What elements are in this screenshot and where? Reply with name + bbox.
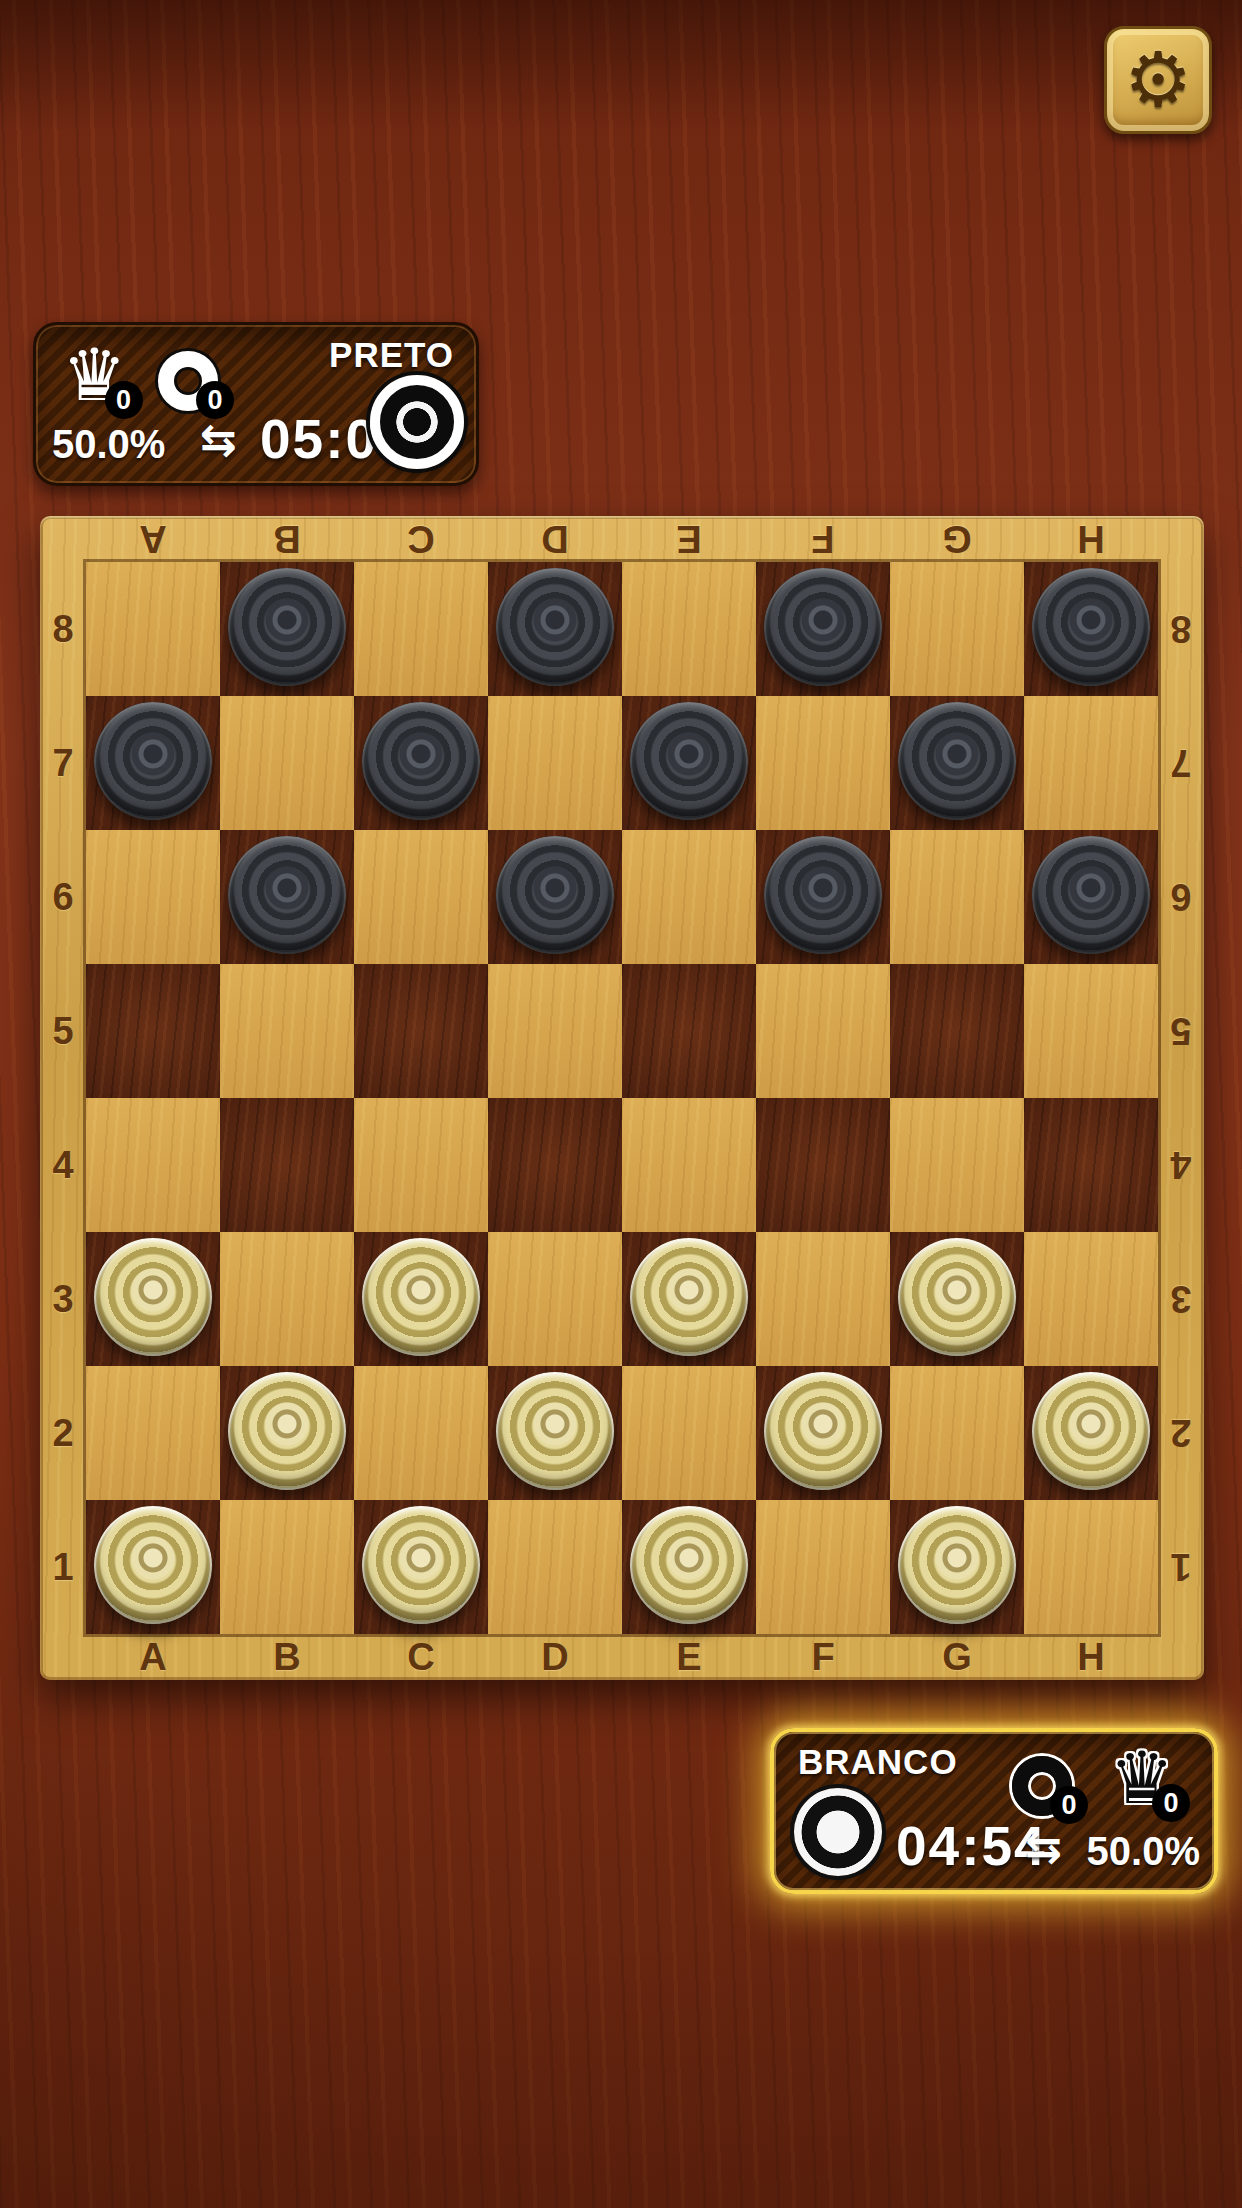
file-label-g: G: [890, 1634, 1024, 1680]
rank-label-8: 8: [40, 562, 86, 696]
square-g5[interactable]: [890, 964, 1024, 1098]
square-c5[interactable]: [354, 964, 488, 1098]
square-d8[interactable]: [488, 562, 622, 696]
white-piece-indicator: [794, 1788, 882, 1876]
kings-counter-black: ♛ 0: [62, 339, 127, 411]
file-label-c: C: [354, 1634, 488, 1680]
square-d6[interactable]: [488, 830, 622, 964]
square-h5[interactable]: [1024, 964, 1158, 1098]
captures-counter-black: 0: [158, 351, 218, 411]
file-label-g: G: [890, 516, 1024, 562]
square-d5[interactable]: [488, 964, 622, 1098]
file-label-f: F: [756, 1634, 890, 1680]
file-label-e: E: [622, 516, 756, 562]
square-f4[interactable]: [756, 1098, 890, 1232]
piece-black[interactable]: [764, 568, 882, 686]
player-panel-white: BRANCO 0 ♛ 0 04:54 ⇆ 50.0%: [770, 1728, 1218, 1894]
file-labels-bottom: ABCDEFGH: [86, 1634, 1158, 1680]
square-f8[interactable]: [756, 562, 890, 696]
piece-white[interactable]: [496, 1372, 614, 1490]
square-h8[interactable]: [1024, 562, 1158, 696]
piece-white[interactable]: [94, 1506, 212, 1624]
piece-black[interactable]: [228, 836, 346, 954]
piece-black[interactable]: [496, 836, 614, 954]
file-label-a: A: [86, 1634, 220, 1680]
file-label-a: A: [86, 516, 220, 562]
file-label-h: H: [1024, 516, 1158, 562]
square-g3[interactable]: [890, 1232, 1024, 1366]
file-label-b: B: [220, 1634, 354, 1680]
settings-button[interactable]: ⚙: [1104, 26, 1212, 134]
square-c6[interactable]: [354, 830, 488, 964]
piece-white[interactable]: [228, 1372, 346, 1490]
square-g6[interactable]: [890, 830, 1024, 964]
gear-icon: ⚙: [1124, 42, 1192, 118]
captures-count-badge: 0: [1050, 1786, 1088, 1824]
player-name-white: BRANCO: [798, 1742, 958, 1782]
piece-white[interactable]: [764, 1372, 882, 1490]
square-c4[interactable]: [354, 1098, 488, 1232]
square-h6[interactable]: [1024, 830, 1158, 964]
rank-label-4: 4: [40, 1098, 86, 1232]
rank-label-5: 5: [1158, 964, 1204, 1098]
square-b1[interactable]: [220, 1500, 354, 1634]
win-chance-black: 50.0%: [52, 422, 165, 467]
piece-white[interactable]: [362, 1506, 480, 1624]
file-label-e: E: [622, 1634, 756, 1680]
square-b8[interactable]: [220, 562, 354, 696]
piece-black[interactable]: [94, 702, 212, 820]
square-g1[interactable]: [890, 1500, 1024, 1634]
square-e2[interactable]: [622, 1366, 756, 1500]
square-a1[interactable]: [86, 1500, 220, 1634]
piece-black[interactable]: [1032, 836, 1150, 954]
rank-labels-right: 87654321: [1158, 562, 1204, 1634]
piece-black[interactable]: [1032, 568, 1150, 686]
kings-count-badge: 0: [105, 381, 143, 419]
square-b5[interactable]: [220, 964, 354, 1098]
square-h4[interactable]: [1024, 1098, 1158, 1232]
square-e4[interactable]: [622, 1098, 756, 1232]
piece-white[interactable]: [94, 1238, 212, 1356]
file-label-f: F: [756, 516, 890, 562]
black-piece-indicator: [370, 375, 464, 469]
file-label-c: C: [354, 516, 488, 562]
piece-black[interactable]: [228, 568, 346, 686]
square-b3[interactable]: [220, 1232, 354, 1366]
square-a7[interactable]: [86, 696, 220, 830]
square-a5[interactable]: [86, 964, 220, 1098]
square-c1[interactable]: [354, 1500, 488, 1634]
file-label-b: B: [220, 516, 354, 562]
swap-icon: ⇆: [200, 414, 237, 465]
square-h1[interactable]: [1024, 1500, 1158, 1634]
square-a3[interactable]: [86, 1232, 220, 1366]
win-chance-white: 50.0%: [1087, 1829, 1200, 1874]
kings-count-badge: 0: [1152, 1784, 1190, 1822]
rank-label-3: 3: [40, 1232, 86, 1366]
square-c2[interactable]: [354, 1366, 488, 1500]
square-f5[interactable]: [756, 964, 890, 1098]
piece-black[interactable]: [630, 702, 748, 820]
player-name-black: PRETO: [329, 335, 454, 375]
rank-labels-left: 87654321: [40, 562, 86, 1634]
rank-label-3: 3: [1158, 1232, 1204, 1366]
board-grid: [86, 562, 1158, 1634]
square-f3[interactable]: [756, 1232, 890, 1366]
rank-label-7: 7: [40, 696, 86, 830]
piece-black[interactable]: [764, 836, 882, 954]
square-h2[interactable]: [1024, 1366, 1158, 1500]
rank-label-4: 4: [1158, 1098, 1204, 1232]
square-d3[interactable]: [488, 1232, 622, 1366]
piece-black[interactable]: [496, 568, 614, 686]
square-e1[interactable]: [622, 1500, 756, 1634]
square-b2[interactable]: [220, 1366, 354, 1500]
square-c3[interactable]: [354, 1232, 488, 1366]
square-h7[interactable]: [1024, 696, 1158, 830]
piece-white[interactable]: [898, 1238, 1016, 1356]
rank-label-1: 1: [40, 1500, 86, 1634]
piece-black[interactable]: [898, 702, 1016, 820]
square-f2[interactable]: [756, 1366, 890, 1500]
rank-label-8: 8: [1158, 562, 1204, 696]
square-b4[interactable]: [220, 1098, 354, 1232]
square-a8[interactable]: [86, 562, 220, 696]
square-g7[interactable]: [890, 696, 1024, 830]
square-e6[interactable]: [622, 830, 756, 964]
piece-white[interactable]: [898, 1506, 1016, 1624]
square-f6[interactable]: [756, 830, 890, 964]
swap-icon: ⇆: [1025, 1821, 1062, 1872]
square-f7[interactable]: [756, 696, 890, 830]
piece-white[interactable]: [630, 1506, 748, 1624]
file-label-d: D: [488, 516, 622, 562]
square-e8[interactable]: [622, 562, 756, 696]
file-label-d: D: [488, 1634, 622, 1680]
square-g8[interactable]: [890, 562, 1024, 696]
square-b6[interactable]: [220, 830, 354, 964]
square-e7[interactable]: [622, 696, 756, 830]
square-b7[interactable]: [220, 696, 354, 830]
kings-counter-white: ♛ 0: [1109, 1742, 1174, 1814]
square-d1[interactable]: [488, 1500, 622, 1634]
square-a2[interactable]: [86, 1366, 220, 1500]
player-panel-black: PRETO ♛ 0 0 50.0% ⇆ 05:00: [33, 322, 479, 486]
piece-white[interactable]: [1032, 1372, 1150, 1490]
square-g2[interactable]: [890, 1366, 1024, 1500]
rank-label-1: 1: [1158, 1500, 1204, 1634]
square-e3[interactable]: [622, 1232, 756, 1366]
rank-label-2: 2: [1158, 1366, 1204, 1500]
square-g4[interactable]: [890, 1098, 1024, 1232]
square-c8[interactable]: [354, 562, 488, 696]
square-a4[interactable]: [86, 1098, 220, 1232]
piece-white[interactable]: [630, 1238, 748, 1356]
square-f1[interactable]: [756, 1500, 890, 1634]
file-label-h: H: [1024, 1634, 1158, 1680]
square-d7[interactable]: [488, 696, 622, 830]
rank-label-6: 6: [40, 830, 86, 964]
rank-label-2: 2: [40, 1366, 86, 1500]
square-c7[interactable]: [354, 696, 488, 830]
rank-label-5: 5: [40, 964, 86, 1098]
file-labels-top: ABCDEFGH: [86, 516, 1158, 562]
rank-label-6: 6: [1158, 830, 1204, 964]
checkers-app-screen: { "game": "checkers (draughts), 8x8 boar…: [0, 0, 1242, 2208]
square-a6[interactable]: [86, 830, 220, 964]
square-h3[interactable]: [1024, 1232, 1158, 1366]
captures-counter-white: 0: [1012, 1756, 1072, 1816]
square-d4[interactable]: [488, 1098, 622, 1232]
piece-white[interactable]: [362, 1238, 480, 1356]
checkers-board: ABCDEFGH ABCDEFGH 87654321 87654321: [40, 516, 1204, 1680]
square-e5[interactable]: [622, 964, 756, 1098]
rank-label-7: 7: [1158, 696, 1204, 830]
piece-black[interactable]: [362, 702, 480, 820]
square-d2[interactable]: [488, 1366, 622, 1500]
